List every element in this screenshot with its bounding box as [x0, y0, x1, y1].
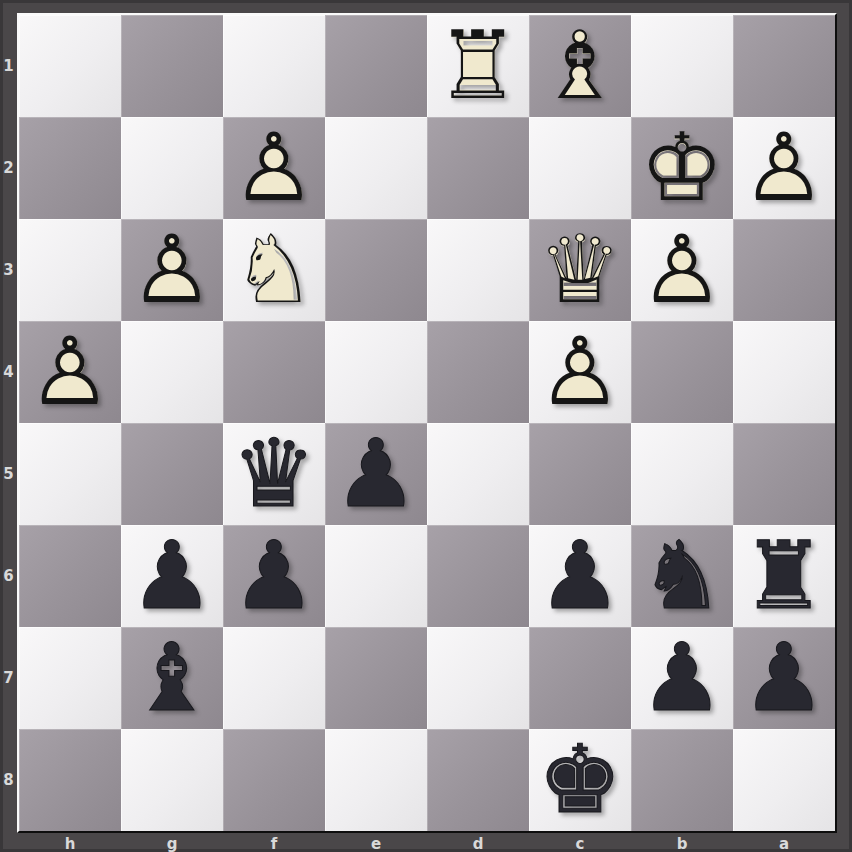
black-piece-glyph: ♟	[733, 627, 835, 729]
square-a6[interactable]: ♜	[733, 525, 835, 627]
white-pawn[interactable]: ♟♙	[631, 219, 733, 321]
black-queen[interactable]: ♛	[223, 423, 325, 525]
square-b3[interactable]: ♟♙	[631, 219, 733, 321]
square-f8[interactable]	[223, 729, 325, 831]
square-h7[interactable]	[19, 627, 121, 729]
square-c5[interactable]	[529, 423, 631, 525]
rank-label-1: 1	[0, 15, 17, 117]
white-piece-outline: ♔	[631, 117, 733, 219]
black-pawn[interactable]: ♟	[733, 627, 835, 729]
board-frame: 12345678 ♜♖♝♗♟♙♚♔♟♙♟♙♞♘♛♕♟♙♟♙♟♙♛♟♟♟♟♞♜♝♟…	[0, 0, 852, 852]
square-f4[interactable]	[223, 321, 325, 423]
white-pawn[interactable]: ♟♙	[733, 117, 835, 219]
file-label-b: b	[631, 835, 733, 852]
black-pawn[interactable]: ♟	[529, 525, 631, 627]
square-h4[interactable]: ♟♙	[19, 321, 121, 423]
square-e4[interactable]	[325, 321, 427, 423]
square-c6[interactable]: ♟	[529, 525, 631, 627]
square-b2[interactable]: ♚♔	[631, 117, 733, 219]
square-f6[interactable]: ♟	[223, 525, 325, 627]
square-c4[interactable]: ♟♙	[529, 321, 631, 423]
file-label-e: e	[325, 835, 427, 852]
white-piece-outline: ♙	[223, 117, 325, 219]
square-a8[interactable]	[733, 729, 835, 831]
square-e8[interactable]	[325, 729, 427, 831]
square-g1[interactable]	[121, 15, 223, 117]
file-labels: hgfedcba	[19, 835, 835, 852]
square-c7[interactable]	[529, 627, 631, 729]
white-piece-outline: ♙	[121, 219, 223, 321]
rank-label-5: 5	[0, 423, 17, 525]
square-e5[interactable]: ♟	[325, 423, 427, 525]
white-piece-outline: ♙	[631, 219, 733, 321]
black-knight[interactable]: ♞	[631, 525, 733, 627]
square-b7[interactable]: ♟	[631, 627, 733, 729]
black-king[interactable]: ♚	[529, 729, 631, 831]
square-d6[interactable]	[427, 525, 529, 627]
file-label-h: h	[19, 835, 121, 852]
square-b6[interactable]: ♞	[631, 525, 733, 627]
black-pawn[interactable]: ♟	[325, 423, 427, 525]
square-b5[interactable]	[631, 423, 733, 525]
square-d4[interactable]	[427, 321, 529, 423]
square-h1[interactable]	[19, 15, 121, 117]
square-b1[interactable]	[631, 15, 733, 117]
square-f5[interactable]: ♛	[223, 423, 325, 525]
square-d7[interactable]	[427, 627, 529, 729]
square-h5[interactable]	[19, 423, 121, 525]
white-pawn[interactable]: ♟♙	[529, 321, 631, 423]
black-piece-glyph: ♟	[529, 525, 631, 627]
white-pawn[interactable]: ♟♙	[121, 219, 223, 321]
square-a2[interactable]: ♟♙	[733, 117, 835, 219]
black-pawn[interactable]: ♟	[223, 525, 325, 627]
square-h8[interactable]	[19, 729, 121, 831]
white-knight[interactable]: ♞♘	[223, 219, 325, 321]
file-label-f: f	[223, 835, 325, 852]
square-e7[interactable]	[325, 627, 427, 729]
square-e3[interactable]	[325, 219, 427, 321]
black-pawn[interactable]: ♟	[631, 627, 733, 729]
square-a1[interactable]	[733, 15, 835, 117]
black-piece-glyph: ♝	[121, 627, 223, 729]
square-f2[interactable]: ♟♙	[223, 117, 325, 219]
rank-labels: 12345678	[0, 15, 17, 831]
square-g8[interactable]	[121, 729, 223, 831]
square-c2[interactable]	[529, 117, 631, 219]
square-g4[interactable]	[121, 321, 223, 423]
black-piece-glyph: ♟	[631, 627, 733, 729]
white-queen[interactable]: ♛♕	[529, 219, 631, 321]
rank-label-7: 7	[0, 627, 17, 729]
white-piece-outline: ♕	[529, 219, 631, 321]
square-d2[interactable]	[427, 117, 529, 219]
square-g2[interactable]	[121, 117, 223, 219]
white-pawn[interactable]: ♟♙	[223, 117, 325, 219]
white-piece-outline: ♙	[733, 117, 835, 219]
black-piece-glyph: ♚	[529, 729, 631, 831]
square-f1[interactable]	[223, 15, 325, 117]
white-pawn[interactable]: ♟♙	[19, 321, 121, 423]
square-d8[interactable]	[427, 729, 529, 831]
square-g3[interactable]: ♟♙	[121, 219, 223, 321]
rank-label-6: 6	[0, 525, 17, 627]
square-a5[interactable]	[733, 423, 835, 525]
square-f7[interactable]	[223, 627, 325, 729]
square-d1[interactable]: ♜♖	[427, 15, 529, 117]
square-h2[interactable]	[19, 117, 121, 219]
square-e6[interactable]	[325, 525, 427, 627]
black-piece-glyph: ♟	[325, 423, 427, 525]
rank-label-3: 3	[0, 219, 17, 321]
square-h6[interactable]	[19, 525, 121, 627]
black-piece-glyph: ♟	[223, 525, 325, 627]
white-piece-outline: ♘	[223, 219, 325, 321]
black-piece-glyph: ♜	[733, 525, 835, 627]
black-rook[interactable]: ♜	[733, 525, 835, 627]
white-rook[interactable]: ♜♖	[427, 15, 529, 117]
square-d5[interactable]	[427, 423, 529, 525]
square-a4[interactable]	[733, 321, 835, 423]
file-label-g: g	[121, 835, 223, 852]
square-e2[interactable]	[325, 117, 427, 219]
square-e1[interactable]	[325, 15, 427, 117]
rank-label-8: 8	[0, 729, 17, 831]
black-piece-glyph: ♞	[631, 525, 733, 627]
black-piece-glyph: ♟	[121, 525, 223, 627]
black-piece-glyph: ♛	[223, 423, 325, 525]
white-bishop[interactable]: ♝♗	[529, 15, 631, 117]
file-label-d: d	[427, 835, 529, 852]
white-piece-outline: ♗	[529, 15, 631, 117]
file-label-a: a	[733, 835, 835, 852]
square-f3[interactable]: ♞♘	[223, 219, 325, 321]
square-a7[interactable]: ♟	[733, 627, 835, 729]
square-d3[interactable]	[427, 219, 529, 321]
chess-board: ♜♖♝♗♟♙♚♔♟♙♟♙♞♘♛♕♟♙♟♙♟♙♛♟♟♟♟♞♜♝♟♟♚	[17, 13, 837, 833]
white-piece-outline: ♙	[529, 321, 631, 423]
black-bishop[interactable]: ♝	[121, 627, 223, 729]
white-king[interactable]: ♚♔	[631, 117, 733, 219]
square-c1[interactable]: ♝♗	[529, 15, 631, 117]
square-b8[interactable]	[631, 729, 733, 831]
white-piece-outline: ♙	[19, 321, 121, 423]
square-a3[interactable]	[733, 219, 835, 321]
square-c8[interactable]: ♚	[529, 729, 631, 831]
file-label-c: c	[529, 835, 631, 852]
white-piece-outline: ♖	[427, 15, 529, 117]
rank-label-4: 4	[0, 321, 17, 423]
square-h3[interactable]	[19, 219, 121, 321]
square-g6[interactable]: ♟	[121, 525, 223, 627]
square-g5[interactable]	[121, 423, 223, 525]
rank-label-2: 2	[0, 117, 17, 219]
black-pawn[interactable]: ♟	[121, 525, 223, 627]
square-g7[interactable]: ♝	[121, 627, 223, 729]
square-b4[interactable]	[631, 321, 733, 423]
square-c3[interactable]: ♛♕	[529, 219, 631, 321]
